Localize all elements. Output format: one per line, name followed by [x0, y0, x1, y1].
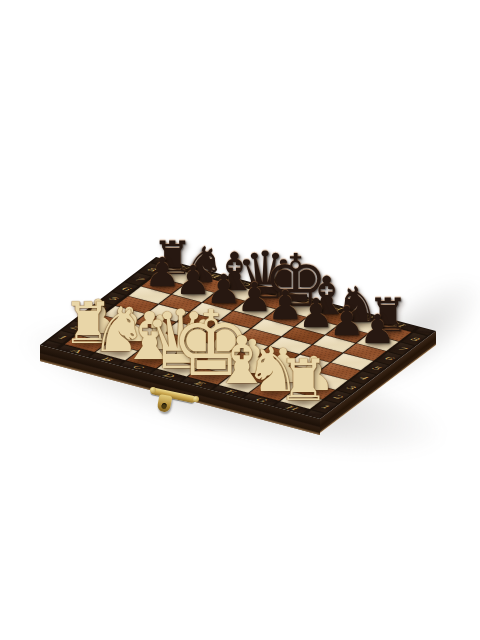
coordinate-label: F	[223, 388, 237, 394]
chess-set-photo: AABBCCDDEEFFGGHH8877665544332211 ♜♞♝♛♚♝♞…	[0, 0, 480, 640]
coordinate-label: 1	[318, 404, 331, 410]
coordinate-label: 8	[408, 336, 421, 342]
clasp-knob-icon	[150, 387, 156, 393]
brass-clasp	[149, 383, 203, 417]
coordinate-label: 8	[145, 266, 158, 272]
coordinate-label: 3	[344, 384, 357, 390]
coordinate-label: A	[69, 348, 83, 354]
clasp-bar	[150, 387, 195, 403]
coordinate-label: 2	[68, 324, 81, 330]
coordinate-label: 1	[55, 334, 68, 340]
coordinate-label: 2	[331, 394, 344, 400]
clasp-hole-icon	[161, 403, 167, 410]
clasp-knob-icon	[193, 396, 199, 402]
coordinate-label: 5	[106, 295, 119, 301]
coordinate-label: 5	[369, 365, 382, 371]
clasp-hasp	[157, 394, 173, 413]
coordinate-label: 7	[132, 276, 145, 282]
coordinate-label: 6	[119, 286, 132, 292]
coordinate-label: 3	[81, 315, 94, 321]
coordinate-label: 7	[395, 346, 408, 352]
coordinate-label: 4	[94, 305, 107, 311]
coordinate-label: 4	[357, 375, 370, 381]
coordinate-label: 6	[382, 355, 395, 361]
